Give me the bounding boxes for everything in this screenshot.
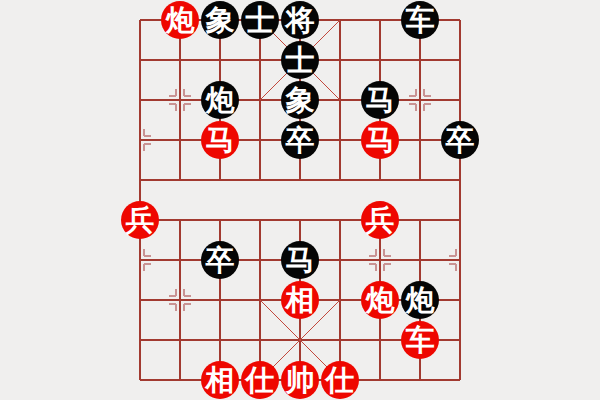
piece-black-advisor[interactable]: 士 [281, 41, 319, 79]
piece-red-cannon[interactable]: 炮 [361, 281, 399, 319]
piece-red-advisor[interactable]: 仕 [321, 361, 359, 399]
piece-red-cannon[interactable]: 炮 [161, 1, 199, 39]
piece-red-advisor[interactable]: 仕 [241, 361, 279, 399]
piece-red-horse[interactable]: 马 [201, 121, 239, 159]
xiangqi-board: 炮象士将车士炮象马马卒马卒兵兵卒马相炮炮车相仕帅仕 [0, 0, 600, 400]
piece-red-general[interactable]: 帅 [281, 361, 319, 399]
piece-black-general[interactable]: 将 [281, 1, 319, 39]
piece-black-horse[interactable]: 马 [361, 81, 399, 119]
piece-black-elephant[interactable]: 象 [281, 81, 319, 119]
piece-red-horse[interactable]: 马 [361, 121, 399, 159]
piece-black-soldier[interactable]: 卒 [201, 241, 239, 279]
piece-black-soldier[interactable]: 卒 [441, 121, 479, 159]
piece-red-chariot[interactable]: 车 [401, 321, 439, 359]
piece-black-cannon[interactable]: 炮 [201, 81, 239, 119]
piece-black-elephant[interactable]: 象 [201, 1, 239, 39]
piece-red-elephant[interactable]: 相 [281, 281, 319, 319]
piece-black-advisor[interactable]: 士 [241, 1, 279, 39]
piece-black-cannon[interactable]: 炮 [401, 281, 439, 319]
piece-black-soldier[interactable]: 卒 [281, 121, 319, 159]
piece-red-elephant[interactable]: 相 [201, 361, 239, 399]
piece-black-chariot[interactable]: 车 [401, 1, 439, 39]
piece-red-soldier[interactable]: 兵 [361, 201, 399, 239]
piece-black-horse[interactable]: 马 [281, 241, 319, 279]
piece-red-soldier[interactable]: 兵 [121, 201, 159, 239]
board-grid[interactable]: 炮象士将车士炮象马马卒马卒兵兵卒马相炮炮车相仕帅仕 [120, 0, 480, 400]
